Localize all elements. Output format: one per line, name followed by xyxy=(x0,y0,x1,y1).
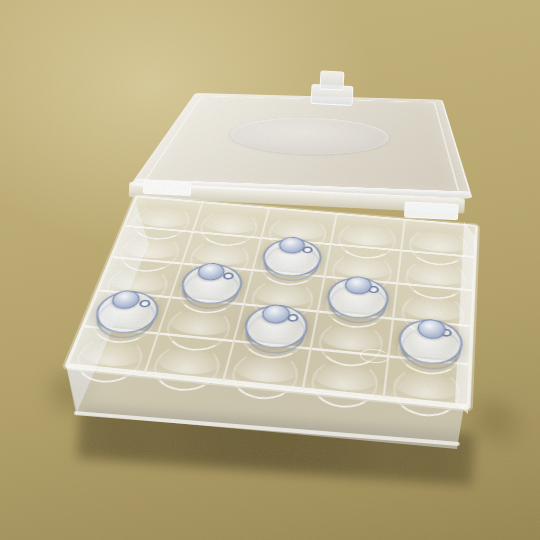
tray-cell xyxy=(224,342,311,390)
tray-cell xyxy=(385,358,469,407)
lid-latch-tab-top xyxy=(320,70,345,90)
bobbin-thread-hole xyxy=(222,272,235,280)
tray-cell xyxy=(253,239,331,278)
tray-cell xyxy=(146,335,235,382)
tray-grid xyxy=(64,195,478,410)
photo-scene xyxy=(0,0,540,540)
tray-cell xyxy=(113,227,194,265)
hinge-clip-right xyxy=(404,201,459,220)
bobbin xyxy=(396,316,464,367)
tray-cell xyxy=(332,215,406,252)
tray-cell xyxy=(68,327,159,373)
tray-cell xyxy=(171,265,253,306)
hinge-clip-left xyxy=(143,180,192,196)
bobbin-thread-hole xyxy=(138,299,151,307)
